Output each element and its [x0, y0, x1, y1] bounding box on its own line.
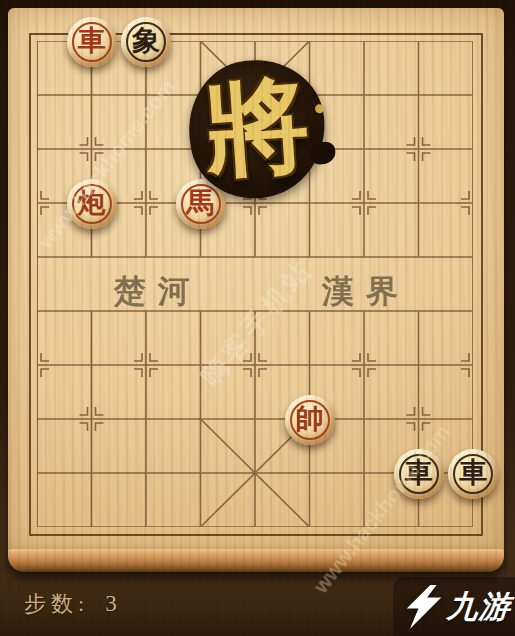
step-counter-value: 3	[105, 591, 117, 617]
piece-red-帥[interactable]: 帥	[285, 395, 335, 445]
river-label-left: 楚河	[98, 271, 218, 311]
piece-glyph: 車	[448, 448, 498, 498]
board-bottom-bevel	[8, 549, 504, 572]
step-counter-label: 步数	[24, 589, 78, 619]
piece-red-炮[interactable]: 炮	[67, 179, 117, 229]
step-counter-colon: :	[78, 591, 89, 617]
piece-glyph: 帥	[285, 394, 335, 444]
jiang-character: 將	[184, 55, 329, 202]
9game-logo-text: 九游	[446, 586, 513, 628]
piece-black-車[interactable]: 車	[448, 449, 498, 499]
9game-brand-badge: 九游	[393, 577, 515, 636]
piece-glyph: 象	[121, 16, 171, 66]
step-counter: 步数: 3	[24, 589, 117, 619]
piece-red-車[interactable]: 車	[67, 17, 117, 67]
piece-glyph: 車	[67, 16, 117, 66]
piece-glyph: 炮	[67, 178, 117, 228]
game-screen: 楚河 漢界 車象炮馬帥車車 將 www.hackhome.com 嗨客手机站 w…	[0, 0, 515, 636]
piece-glyph: 車	[394, 448, 444, 498]
piece-black-象[interactable]: 象	[121, 17, 171, 67]
9game-icon	[403, 585, 445, 629]
piece-black-車[interactable]: 車	[394, 449, 444, 499]
river-label-right: 漢界	[306, 271, 426, 311]
jiang-ink-logo: 將	[189, 60, 325, 198]
